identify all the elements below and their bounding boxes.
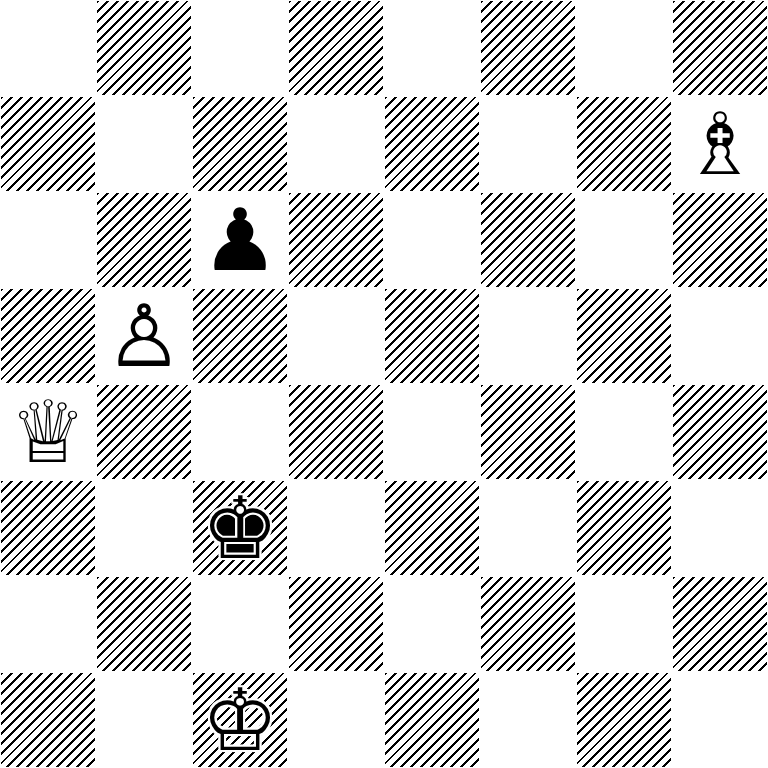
square-b6[interactable]: [96, 192, 192, 288]
square-f6[interactable]: [480, 192, 576, 288]
square-g8[interactable]: [576, 0, 672, 96]
square-f7[interactable]: [480, 96, 576, 192]
square-g2[interactable]: [576, 576, 672, 672]
black-king: ♚: [201, 480, 278, 576]
square-h2[interactable]: [672, 576, 768, 672]
square-e3[interactable]: [384, 480, 480, 576]
square-c4[interactable]: [192, 384, 288, 480]
square-d8[interactable]: [288, 0, 384, 96]
square-g6[interactable]: [576, 192, 672, 288]
square-g1[interactable]: [576, 672, 672, 768]
square-f2[interactable]: [480, 576, 576, 672]
white-queen: ♕: [9, 384, 86, 480]
square-b3[interactable]: [96, 480, 192, 576]
square-d4[interactable]: [288, 384, 384, 480]
square-a5[interactable]: [0, 288, 96, 384]
square-d3[interactable]: [288, 480, 384, 576]
square-e7[interactable]: [384, 96, 480, 192]
square-a6[interactable]: [0, 192, 96, 288]
black-pawn: ♟: [201, 192, 278, 288]
square-c2[interactable]: [192, 576, 288, 672]
square-d6[interactable]: [288, 192, 384, 288]
square-b7[interactable]: [96, 96, 192, 192]
square-d2[interactable]: [288, 576, 384, 672]
square-f5[interactable]: [480, 288, 576, 384]
square-g3[interactable]: [576, 480, 672, 576]
square-e8[interactable]: [384, 0, 480, 96]
square-g7[interactable]: [576, 96, 672, 192]
square-a3[interactable]: [0, 480, 96, 576]
square-b2[interactable]: [96, 576, 192, 672]
square-a2[interactable]: [0, 576, 96, 672]
square-h6[interactable]: [672, 192, 768, 288]
square-h3[interactable]: [672, 480, 768, 576]
chess-board: ♗♟♙♕♚♔: [0, 0, 768, 768]
square-c3[interactable]: ♚: [192, 480, 288, 576]
square-e1[interactable]: [384, 672, 480, 768]
square-b4[interactable]: [96, 384, 192, 480]
square-d7[interactable]: [288, 96, 384, 192]
square-c1[interactable]: ♔: [192, 672, 288, 768]
square-e5[interactable]: [384, 288, 480, 384]
square-b8[interactable]: [96, 0, 192, 96]
square-h8[interactable]: [672, 0, 768, 96]
square-d1[interactable]: [288, 672, 384, 768]
square-a1[interactable]: [0, 672, 96, 768]
square-h4[interactable]: [672, 384, 768, 480]
square-e4[interactable]: [384, 384, 480, 480]
square-a7[interactable]: [0, 96, 96, 192]
white-king: ♔: [201, 672, 278, 768]
white-bishop: ♗: [681, 96, 758, 192]
square-c6[interactable]: ♟: [192, 192, 288, 288]
square-d5[interactable]: [288, 288, 384, 384]
square-g4[interactable]: [576, 384, 672, 480]
white-pawn: ♙: [105, 288, 182, 384]
square-b5[interactable]: ♙: [96, 288, 192, 384]
square-f4[interactable]: [480, 384, 576, 480]
square-h7[interactable]: ♗: [672, 96, 768, 192]
square-f8[interactable]: [480, 0, 576, 96]
square-a8[interactable]: [0, 0, 96, 96]
square-a4[interactable]: ♕: [0, 384, 96, 480]
square-e6[interactable]: [384, 192, 480, 288]
square-c8[interactable]: [192, 0, 288, 96]
square-h1[interactable]: [672, 672, 768, 768]
square-c5[interactable]: [192, 288, 288, 384]
square-g5[interactable]: [576, 288, 672, 384]
square-f3[interactable]: [480, 480, 576, 576]
square-f1[interactable]: [480, 672, 576, 768]
square-e2[interactable]: [384, 576, 480, 672]
square-b1[interactable]: [96, 672, 192, 768]
square-h5[interactable]: [672, 288, 768, 384]
square-c7[interactable]: [192, 96, 288, 192]
